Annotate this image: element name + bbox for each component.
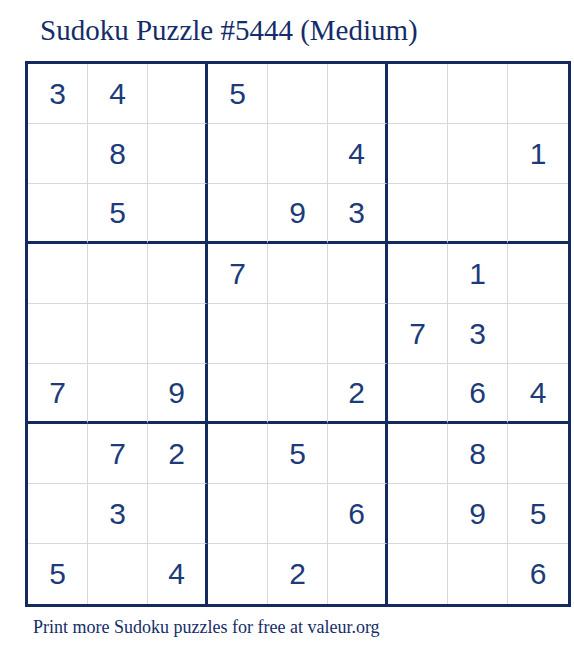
sudoku-cell-r8c6: 6 (328, 484, 388, 544)
sudoku-cell-r4c1 (28, 244, 88, 304)
sudoku-cell-r3c7 (388, 184, 448, 244)
sudoku-cell-r3c2: 5 (88, 184, 148, 244)
sudoku-cell-r1c5 (268, 64, 328, 124)
sudoku-cell-r3c8 (448, 184, 508, 244)
sudoku-cell-r6c7 (388, 364, 448, 424)
sudoku-cell-r4c6 (328, 244, 388, 304)
sudoku-cell-r2c1 (28, 124, 88, 184)
sudoku-cell-r1c6 (328, 64, 388, 124)
sudoku-cell-r6c3: 9 (148, 364, 208, 424)
sudoku-cell-r3c6: 3 (328, 184, 388, 244)
sudoku-cell-r6c8: 6 (448, 364, 508, 424)
sudoku-cell-r7c7 (388, 424, 448, 484)
sudoku-cell-r4c9 (508, 244, 568, 304)
sudoku-cell-r9c2 (88, 544, 148, 604)
sudoku-cell-r4c3 (148, 244, 208, 304)
sudoku-cell-r8c9: 5 (508, 484, 568, 544)
sudoku-cell-r4c8: 1 (448, 244, 508, 304)
sudoku-cell-r5c9 (508, 304, 568, 364)
sudoku-cell-r1c1: 3 (28, 64, 88, 124)
sudoku-cell-r7c2: 7 (88, 424, 148, 484)
sudoku-cell-r1c9 (508, 64, 568, 124)
sudoku-cell-r9c5: 2 (268, 544, 328, 604)
sudoku-cell-r9c3: 4 (148, 544, 208, 604)
sudoku-cell-r4c7 (388, 244, 448, 304)
sudoku-cell-r3c9 (508, 184, 568, 244)
page-title: Sudoku Puzzle #5444 (Medium) (40, 14, 418, 47)
sudoku-cell-r1c7 (388, 64, 448, 124)
sudoku-cell-r5c2 (88, 304, 148, 364)
sudoku-cell-r8c3 (148, 484, 208, 544)
sudoku-cell-r9c4 (208, 544, 268, 604)
sudoku-cell-r7c9 (508, 424, 568, 484)
sudoku-cell-r8c7 (388, 484, 448, 544)
sudoku-cell-r5c6 (328, 304, 388, 364)
sudoku-cell-r2c6: 4 (328, 124, 388, 184)
sudoku-cell-r6c4 (208, 364, 268, 424)
sudoku-cell-r2c5 (268, 124, 328, 184)
sudoku-cell-r4c5 (268, 244, 328, 304)
sudoku-cell-r8c8: 9 (448, 484, 508, 544)
sudoku-cell-r2c9: 1 (508, 124, 568, 184)
sudoku-cell-r1c3 (148, 64, 208, 124)
sudoku-cell-r3c5: 9 (268, 184, 328, 244)
sudoku-cell-r2c3 (148, 124, 208, 184)
sudoku-cell-r5c4 (208, 304, 268, 364)
sudoku-cell-r1c8 (448, 64, 508, 124)
sudoku-cell-r8c2: 3 (88, 484, 148, 544)
sudoku-cell-r7c5: 5 (268, 424, 328, 484)
sudoku-cell-r3c4 (208, 184, 268, 244)
sudoku-cell-r9c7 (388, 544, 448, 604)
sudoku-cell-r5c7: 7 (388, 304, 448, 364)
sudoku-cell-r6c9: 4 (508, 364, 568, 424)
sudoku-cell-r3c1 (28, 184, 88, 244)
sudoku-cell-r9c8 (448, 544, 508, 604)
sudoku-cell-r1c4: 5 (208, 64, 268, 124)
sudoku-cell-r6c2 (88, 364, 148, 424)
sudoku-cell-r9c9: 6 (508, 544, 568, 604)
sudoku-cell-r6c1: 7 (28, 364, 88, 424)
sudoku-cell-r5c5 (268, 304, 328, 364)
sudoku-board: 345841593717379264725836955426 (25, 61, 571, 607)
sudoku-cell-r2c7 (388, 124, 448, 184)
sudoku-cell-r8c5 (268, 484, 328, 544)
sudoku-cell-r8c1 (28, 484, 88, 544)
sudoku-cell-r7c3: 2 (148, 424, 208, 484)
sudoku-cell-r7c4 (208, 424, 268, 484)
sudoku-cell-r9c6 (328, 544, 388, 604)
sudoku-cell-r7c8: 8 (448, 424, 508, 484)
footer-credit: Print more Sudoku puzzles for free at va… (33, 617, 380, 638)
sudoku-cell-r4c4: 7 (208, 244, 268, 304)
sudoku-cell-r7c1 (28, 424, 88, 484)
sudoku-cell-r3c3 (148, 184, 208, 244)
sudoku-cell-r2c4 (208, 124, 268, 184)
sudoku-cell-r9c1: 5 (28, 544, 88, 604)
sudoku-cell-r7c6 (328, 424, 388, 484)
sudoku-cell-r6c6: 2 (328, 364, 388, 424)
sudoku-cell-r6c5 (268, 364, 328, 424)
sudoku-cell-r2c2: 8 (88, 124, 148, 184)
sudoku-cell-r5c3 (148, 304, 208, 364)
sudoku-cell-r5c1 (28, 304, 88, 364)
sudoku-cell-r4c2 (88, 244, 148, 304)
sudoku-cell-r1c2: 4 (88, 64, 148, 124)
sudoku-cell-r5c8: 3 (448, 304, 508, 364)
sudoku-cell-r2c8 (448, 124, 508, 184)
sudoku-cell-r8c4 (208, 484, 268, 544)
sudoku-page: Sudoku Puzzle #5444 (Medium) 34584159371… (0, 0, 574, 651)
